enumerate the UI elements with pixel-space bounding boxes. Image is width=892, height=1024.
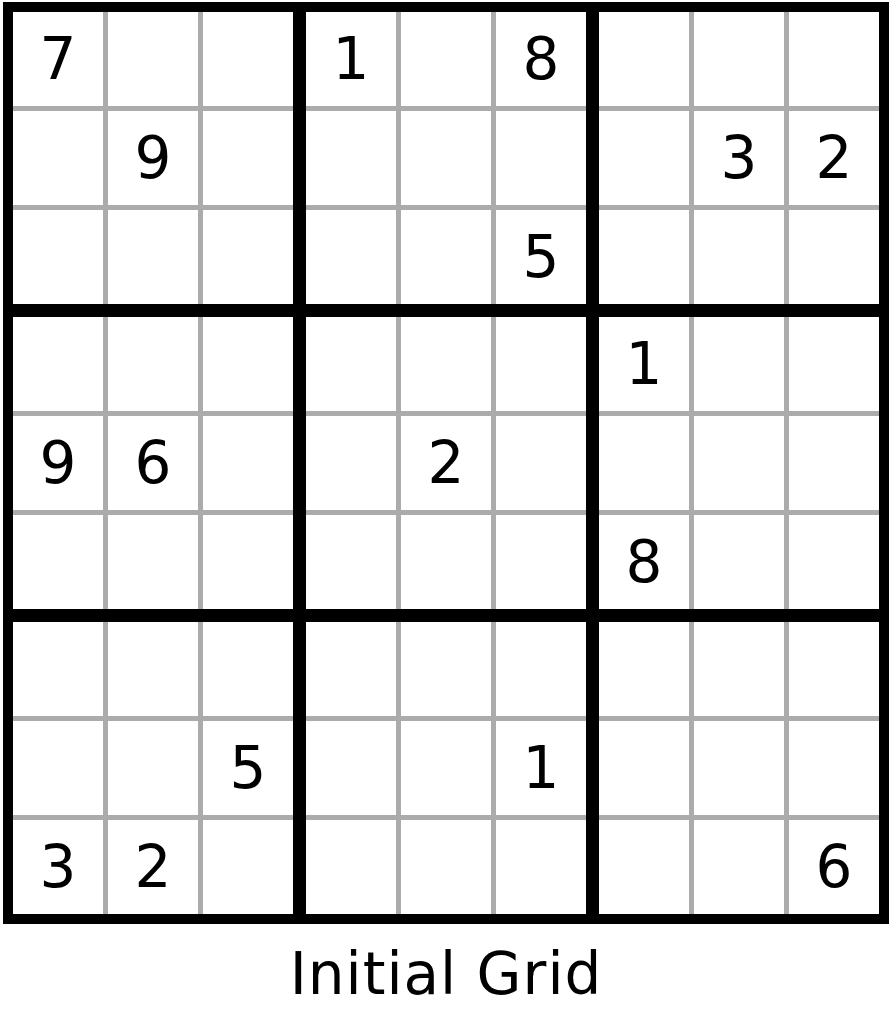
cell-r8c2[interactable] [108,721,198,815]
cell-r6c1[interactable] [13,515,103,609]
cell-r5c3[interactable] [203,416,293,510]
cell-r9c8[interactable] [694,820,784,914]
cell-r2c8[interactable]: 3 [694,111,784,205]
cell-r7c2[interactable] [108,622,198,716]
cell-r6c2[interactable] [108,515,198,609]
cell-r3c1[interactable] [13,210,103,304]
cell-r1c2[interactable] [108,12,198,106]
board-caption: Initial Grid [290,940,603,1008]
cell-r2c6[interactable] [496,111,586,205]
cell-r4c2[interactable] [108,317,198,411]
cell-r6c4[interactable] [306,515,396,609]
cell-r8c5[interactable] [401,721,491,815]
cell-r5c6[interactable] [496,416,586,510]
cell-r7c7[interactable] [599,622,689,716]
cell-r3c2[interactable] [108,210,198,304]
cell-r9c6[interactable] [496,820,586,914]
cell-r1c7[interactable] [599,12,689,106]
cell-r4c6[interactable] [496,317,586,411]
cell-r3c6[interactable]: 5 [496,210,586,304]
cell-r9c7[interactable] [599,820,689,914]
cell-r1c1[interactable]: 7 [13,12,103,106]
cell-r6c7[interactable]: 8 [599,515,689,609]
cell-r9c9[interactable]: 6 [789,820,879,914]
cell-r8c7[interactable] [599,721,689,815]
cell-r1c5[interactable] [401,12,491,106]
sudoku-box-2: 185 [306,12,586,304]
cell-r3c9[interactable] [789,210,879,304]
cell-r1c9[interactable] [789,12,879,106]
sudoku-box-6: 18 [599,317,879,609]
cell-r2c1[interactable] [13,111,103,205]
cell-r1c4[interactable]: 1 [306,12,396,106]
cell-r6c3[interactable] [203,515,293,609]
cell-r8c8[interactable] [694,721,784,815]
sudoku-box-4: 96 [13,317,293,609]
cell-r7c5[interactable] [401,622,491,716]
sudoku-box-8: 1 [306,622,586,914]
cell-r8c1[interactable] [13,721,103,815]
cell-r1c6[interactable]: 8 [496,12,586,106]
cell-r4c3[interactable] [203,317,293,411]
cell-r8c6[interactable]: 1 [496,721,586,815]
cell-r5c4[interactable] [306,416,396,510]
cell-r7c4[interactable] [306,622,396,716]
cell-r9c1[interactable]: 3 [13,820,103,914]
cell-r5c9[interactable] [789,416,879,510]
cell-r5c8[interactable] [694,416,784,510]
cell-r4c8[interactable] [694,317,784,411]
cell-r3c5[interactable] [401,210,491,304]
cell-r3c7[interactable] [599,210,689,304]
sudoku-page: 79185329621853216 Initial Grid [0,0,892,1024]
cell-r7c6[interactable] [496,622,586,716]
cell-r1c3[interactable] [203,12,293,106]
sudoku-box-9: 6 [599,622,879,914]
cell-r6c5[interactable] [401,515,491,609]
cell-r9c5[interactable] [401,820,491,914]
cell-r7c1[interactable] [13,622,103,716]
cell-r9c2[interactable]: 2 [108,820,198,914]
sudoku-box-3: 32 [599,12,879,304]
cell-r5c5[interactable]: 2 [401,416,491,510]
cell-r6c8[interactable] [694,515,784,609]
cell-r4c1[interactable] [13,317,103,411]
cell-r6c9[interactable] [789,515,879,609]
cell-r6c6[interactable] [496,515,586,609]
cell-r2c3[interactable] [203,111,293,205]
cell-r2c5[interactable] [401,111,491,205]
cell-r1c8[interactable] [694,12,784,106]
cell-r4c9[interactable] [789,317,879,411]
sudoku-box-7: 532 [13,622,293,914]
cell-r4c4[interactable] [306,317,396,411]
cell-r9c4[interactable] [306,820,396,914]
cell-r5c7[interactable] [599,416,689,510]
cell-r7c3[interactable] [203,622,293,716]
cell-r4c5[interactable] [401,317,491,411]
cell-r7c8[interactable] [694,622,784,716]
cell-r3c4[interactable] [306,210,396,304]
cell-r2c4[interactable] [306,111,396,205]
cell-r8c9[interactable] [789,721,879,815]
sudoku-board: 79185329621853216 [3,2,889,924]
cell-r8c4[interactable] [306,721,396,815]
cell-r4c7[interactable]: 1 [599,317,689,411]
cell-r5c1[interactable]: 9 [13,416,103,510]
cell-r9c3[interactable] [203,820,293,914]
cell-r8c3[interactable]: 5 [203,721,293,815]
cell-r7c9[interactable] [789,622,879,716]
cell-r2c7[interactable] [599,111,689,205]
sudoku-box-5: 2 [306,317,586,609]
cell-r3c3[interactable] [203,210,293,304]
sudoku-box-1: 79 [13,12,293,304]
cell-r5c2[interactable]: 6 [108,416,198,510]
cell-r3c8[interactable] [694,210,784,304]
cell-r2c9[interactable]: 2 [789,111,879,205]
cell-r2c2[interactable]: 9 [108,111,198,205]
